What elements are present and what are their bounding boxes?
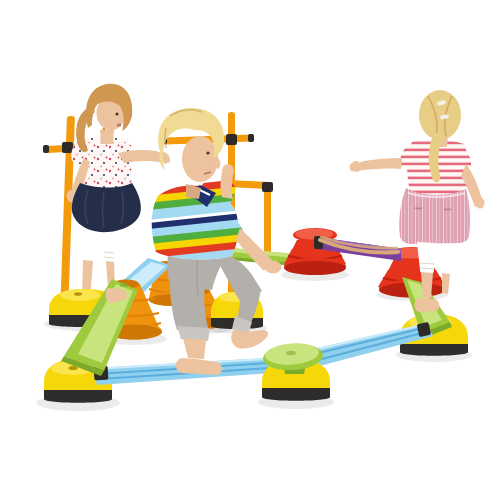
boy-standing-pant-leg bbox=[170, 282, 209, 332]
crossbar-end-cap bbox=[43, 145, 49, 153]
boy-face bbox=[182, 136, 218, 182]
right-girl-far-calf bbox=[442, 273, 450, 294]
left-girl-neck bbox=[100, 130, 114, 144]
right-girl-foot-on-plank bbox=[414, 298, 439, 312]
left-girl-mouth bbox=[117, 124, 122, 127]
left-girl-earring bbox=[102, 127, 105, 130]
balance-course-scene: Three young children playing on a colour… bbox=[0, 0, 500, 500]
right-girl-hair bbox=[419, 90, 461, 140]
product-photo-stage: Three young children playing on a colour… bbox=[0, 0, 500, 500]
boy-lifted-foot bbox=[231, 330, 268, 349]
spinner-dome bbox=[262, 342, 330, 401]
right-girl-left-hand bbox=[350, 161, 359, 172]
right-girl-near-calf bbox=[421, 272, 433, 298]
right-girl-left-arm bbox=[355, 158, 402, 171]
pole-clip bbox=[62, 142, 73, 153]
crossbar-end-cap bbox=[248, 134, 254, 142]
left-girl-eye bbox=[116, 113, 119, 116]
boy-hand-on-pole bbox=[222, 164, 234, 178]
boy-rolled-cuff bbox=[177, 326, 210, 341]
right-girl-right-hand bbox=[476, 198, 485, 209]
boy-standing-foot bbox=[176, 358, 223, 375]
pole-clip bbox=[262, 182, 273, 192]
boy-standing-shin bbox=[183, 338, 206, 359]
second-vertical-pole bbox=[264, 184, 271, 260]
boy-hand-on-knee bbox=[265, 261, 282, 274]
boy-eye bbox=[206, 151, 209, 154]
pole-clip bbox=[226, 134, 237, 145]
left-girl-denim-skirt bbox=[72, 183, 141, 232]
right-girl-far-legging bbox=[440, 242, 452, 275]
